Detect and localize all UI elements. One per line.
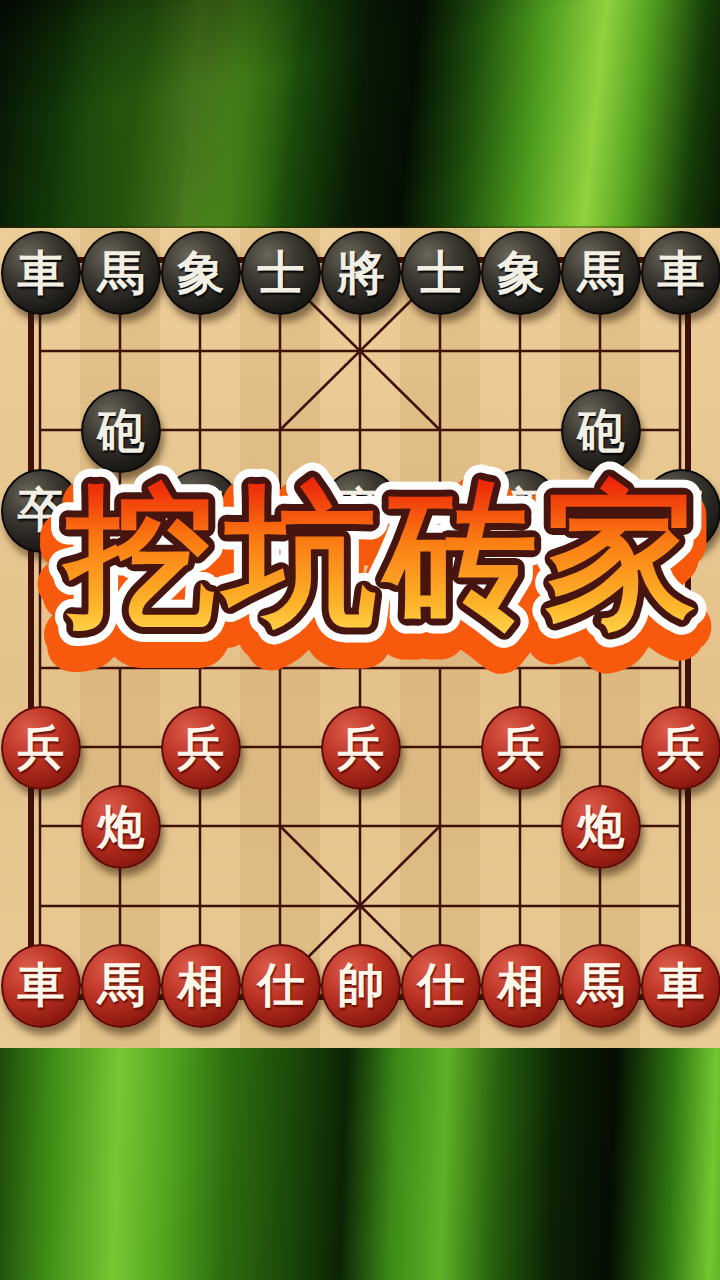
title-overlay: 挖坑砖家 挖坑砖家 挖坑砖家 挖坑砖家	[50, 458, 720, 690]
piece-red-f2r6[interactable]: 兵	[161, 706, 241, 790]
piece-glyph: 炮	[98, 803, 145, 850]
piece-red-f8r6[interactable]: 兵	[641, 706, 720, 790]
backdrop-bottom	[0, 1048, 720, 1280]
piece-red-f7r7[interactable]: 炮	[561, 785, 641, 869]
piece-glyph: 兵	[338, 724, 385, 771]
piece-glyph: 士	[418, 249, 465, 296]
piece-glyph: 砲	[98, 407, 145, 454]
piece-glyph: 車	[18, 249, 65, 296]
piece-red-f8r9[interactable]: 車	[641, 944, 720, 1028]
title-text: 挖坑砖家	[61, 467, 705, 644]
piece-black-f6r0[interactable]: 象	[481, 231, 561, 315]
piece-red-f6r9[interactable]: 相	[481, 944, 561, 1028]
piece-glyph: 兵	[18, 724, 65, 771]
piece-glyph: 象	[498, 249, 545, 296]
piece-black-f3r0[interactable]: 士	[241, 231, 321, 315]
piece-glyph: 仕	[418, 961, 465, 1008]
piece-glyph: 馬	[98, 961, 145, 1008]
piece-glyph: 相	[498, 961, 545, 1008]
piece-black-f8r0[interactable]: 車	[641, 231, 720, 315]
piece-black-f0r0[interactable]: 車	[1, 231, 81, 315]
piece-glyph: 馬	[578, 961, 625, 1008]
piece-red-f0r6[interactable]: 兵	[1, 706, 81, 790]
piece-glyph: 仕	[258, 961, 305, 1008]
title-svg: 挖坑砖家 挖坑砖家 挖坑砖家 挖坑砖家	[50, 458, 720, 690]
piece-glyph: 馬	[578, 249, 625, 296]
piece-glyph: 兵	[498, 724, 545, 771]
backdrop-bottom-sheen	[0, 1048, 720, 1280]
piece-red-f1r7[interactable]: 炮	[81, 785, 161, 869]
piece-glyph: 馬	[98, 249, 145, 296]
piece-glyph: 象	[178, 249, 225, 296]
piece-glyph: 兵	[658, 724, 705, 771]
piece-glyph: 車	[18, 961, 65, 1008]
backdrop-top	[0, 0, 720, 228]
piece-glyph: 帥	[338, 961, 385, 1008]
piece-glyph: 士	[258, 249, 305, 296]
piece-black-f4r0[interactable]: 將	[321, 231, 401, 315]
piece-red-f1r9[interactable]: 馬	[81, 944, 161, 1028]
piece-glyph: 車	[658, 961, 705, 1008]
video-frame: 車馬象士將士象馬車砲砲卒卒卒卒卒兵兵兵兵兵炮炮車馬相仕帥仕相馬車 挖坑砖家 挖坑…	[0, 0, 720, 1280]
piece-red-f2r9[interactable]: 相	[161, 944, 241, 1028]
piece-black-f1r0[interactable]: 馬	[81, 231, 161, 315]
piece-glyph: 兵	[178, 724, 225, 771]
piece-black-f2r0[interactable]: 象	[161, 231, 241, 315]
piece-red-f5r9[interactable]: 仕	[401, 944, 481, 1028]
piece-red-f6r6[interactable]: 兵	[481, 706, 561, 790]
piece-red-f0r9[interactable]: 車	[1, 944, 81, 1028]
piece-black-f5r0[interactable]: 士	[401, 231, 481, 315]
piece-black-f7r0[interactable]: 馬	[561, 231, 641, 315]
piece-glyph: 將	[338, 249, 385, 296]
piece-red-f4r6[interactable]: 兵	[321, 706, 401, 790]
piece-glyph: 炮	[578, 803, 625, 850]
backdrop-top-shade	[0, 0, 720, 228]
piece-glyph: 相	[178, 961, 225, 1008]
piece-glyph: 砲	[578, 407, 625, 454]
piece-red-f3r9[interactable]: 仕	[241, 944, 321, 1028]
piece-red-f7r9[interactable]: 馬	[561, 944, 641, 1028]
piece-glyph: 車	[658, 249, 705, 296]
piece-red-f4r9[interactable]: 帥	[321, 944, 401, 1028]
